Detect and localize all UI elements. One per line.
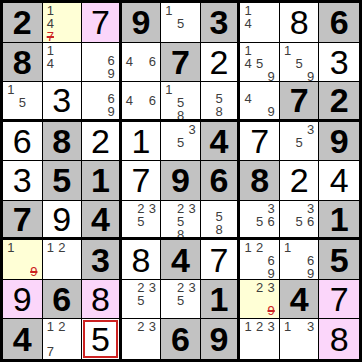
pencil-mark: 5 — [135, 215, 147, 228]
given-digit: 6 — [52, 282, 71, 316]
given-digit: 8 — [13, 45, 32, 79]
cell-r3c7[interactable]: 49 — [240, 82, 280, 122]
given-digit: 5 — [330, 243, 349, 277]
cell-r2c5[interactable]: 7 — [161, 43, 201, 83]
solved-digit: 5 — [91, 322, 110, 356]
cell-r8c4[interactable]: 235 — [122, 280, 162, 320]
given-digit: 9 — [131, 5, 150, 39]
pencil-mark: 1 — [282, 241, 294, 254]
pencil-mark: 6 — [106, 92, 117, 105]
cell-r4c4[interactable]: 1 — [122, 122, 162, 162]
given-digit: 2 — [330, 83, 349, 117]
pencil-mark: 3 — [265, 202, 277, 215]
cell-r1c7[interactable]: 14 — [240, 3, 280, 43]
pencil-marks: 356 — [240, 201, 279, 238]
cell-r1c3[interactable]: 7 — [82, 3, 122, 43]
cell-r4c7[interactable]: 7 — [240, 122, 280, 162]
cell-r9c5[interactable]: 6 — [161, 319, 201, 359]
pencil-mark: 2 — [135, 202, 147, 215]
given-digit: 6 — [210, 163, 229, 197]
cell-r9c8[interactable]: 13 — [280, 319, 320, 359]
pencil-marks: 19 — [3, 240, 42, 279]
cell-r8c7[interactable]: 239 — [240, 280, 280, 320]
cell-r2c9[interactable]: 3 — [319, 43, 359, 83]
cell-r5c9[interactable]: 4 — [319, 161, 359, 201]
cell-r2c8[interactable]: 159 — [280, 43, 320, 83]
given-digit: 1 — [210, 282, 229, 316]
pencil-mark: 3 — [186, 281, 198, 294]
cell-r7c9[interactable]: 5 — [319, 240, 359, 280]
solved-digit: 3 — [13, 163, 32, 197]
pencil-mark: 3 — [147, 202, 159, 215]
pencil-marks: 2358 — [161, 201, 200, 238]
pencil-marks: 23 — [122, 319, 161, 359]
cell-r9c7[interactable]: 123 — [240, 319, 280, 359]
cell-r7c5[interactable]: 4 — [161, 240, 201, 280]
pencil-marks: 14 — [240, 3, 279, 42]
cell-r8c5[interactable]: 235 — [161, 280, 201, 320]
pencil-mark: 2 — [135, 281, 147, 294]
given-digit: 6 — [171, 322, 190, 356]
cell-r9c1[interactable]: 4 — [3, 319, 43, 359]
solved-digit: 8 — [330, 322, 349, 356]
pencil-mark: 4 — [124, 94, 136, 107]
cell-r9c3[interactable]: 5 — [82, 319, 122, 359]
pencil-mark: 2 — [135, 320, 147, 333]
pencil-mark: 6 — [265, 215, 277, 228]
given-digit: 8 — [52, 124, 71, 158]
given-digit: 1 — [330, 202, 349, 236]
pencil-mark: 2 — [175, 281, 187, 294]
solved-digit: 9 — [52, 202, 71, 236]
cell-r7c3[interactable]: 3 — [82, 240, 122, 280]
pencil-mark: 9 — [265, 105, 277, 118]
cell-r3c1[interactable]: 15 — [3, 82, 43, 122]
pencil-marks: 46 — [122, 82, 161, 119]
pencil-marks: 14 — [43, 43, 82, 82]
cell-r5c2[interactable]: 5 — [43, 161, 83, 201]
given-digit: 4 — [290, 282, 309, 316]
cell-r4c3[interactable]: 2 — [82, 122, 122, 162]
pencil-mark: 3 — [147, 281, 159, 294]
cell-r5c1[interactable]: 3 — [3, 161, 43, 201]
pencil-mark: 4 — [242, 57, 254, 70]
pencil-mark: 2 — [56, 320, 68, 333]
pencil-mark: 8 — [175, 228, 187, 241]
given-digit: 7 — [171, 45, 190, 79]
pencil-marks: 35 — [280, 122, 319, 161]
cell-r7c7[interactable]: 1269 — [240, 240, 280, 280]
cell-r3c4[interactable]: 46 — [122, 82, 162, 122]
given-digit: 9 — [210, 322, 229, 356]
pencil-marks: 158 — [161, 82, 200, 119]
cell-r5c4[interactable]: 7 — [122, 161, 162, 201]
cell-r6c9[interactable]: 1 — [319, 201, 359, 241]
pencil-marks: 169 — [280, 240, 319, 279]
pencil-mark: 5 — [175, 136, 187, 149]
pencil-mark: 1 — [45, 44, 57, 57]
cell-r6c2[interactable]: 9 — [43, 201, 83, 241]
pencil-marks: 239 — [240, 280, 279, 319]
cell-r1c6[interactable]: 3 — [201, 3, 241, 43]
pencil-mark: 2 — [254, 320, 266, 333]
pencil-mark: 1 — [242, 320, 254, 333]
eliminated-pencil-mark: 9 — [28, 265, 40, 278]
pencil-mark: 1 — [163, 83, 175, 96]
pencil-mark: 9 — [265, 267, 277, 280]
solved-digit: 2 — [290, 163, 309, 197]
cell-r3c5[interactable]: 158 — [161, 82, 201, 122]
pencil-mark: 1 — [163, 4, 175, 17]
solved-digit: 3 — [52, 83, 71, 117]
cell-r8c8[interactable]: 4 — [280, 280, 320, 320]
pencil-mark: 4 — [45, 57, 57, 70]
pencil-mark: 6 — [147, 55, 159, 68]
solved-digit: 7 — [210, 243, 229, 277]
pencil-mark: 6 — [305, 215, 317, 228]
pencil-mark: 9 — [305, 70, 317, 83]
cell-r2c3[interactable]: 69 — [82, 43, 122, 83]
given-digit: 3 — [91, 243, 110, 277]
pencil-marks: 147 — [43, 3, 82, 42]
pencil-mark: 9 — [265, 70, 277, 83]
given-digit: 5 — [52, 163, 71, 197]
pencil-mark: 9 — [305, 267, 317, 280]
pencil-mark: 2 — [254, 241, 266, 254]
given-digit: 1 — [91, 163, 110, 197]
solved-digit: 8 — [290, 5, 309, 39]
pencil-marks: 1269 — [240, 240, 279, 279]
cell-r3c6[interactable]: 58 — [201, 82, 241, 122]
pencil-mark: 2 — [175, 202, 187, 215]
cell-r1c2[interactable]: 147 — [43, 3, 83, 43]
cell-r1c8[interactable]: 8 — [280, 3, 320, 43]
solved-digit: 4 — [330, 163, 349, 197]
pencil-marks: 13 — [280, 319, 319, 359]
cell-r6c1[interactable]: 7 — [3, 201, 43, 241]
pencil-marks: 46 — [122, 43, 161, 82]
cell-r8c1[interactable]: 9 — [3, 280, 43, 320]
cell-r7c1[interactable]: 19 — [3, 240, 43, 280]
given-digit: 4 — [210, 124, 229, 158]
cell-r1c9[interactable]: 6 — [319, 3, 359, 43]
cell-r5c6[interactable]: 6 — [201, 161, 241, 201]
pencil-mark: 7 — [45, 345, 57, 358]
solved-digit: 3 — [330, 45, 349, 79]
pencil-mark: 4 — [242, 17, 254, 30]
pencil-mark: 9 — [106, 105, 117, 118]
eliminated-pencil-mark: 7 — [45, 30, 57, 43]
cell-r7c6[interactable]: 7 — [201, 240, 241, 280]
pencil-mark: 8 — [214, 223, 225, 236]
cell-r6c3[interactable]: 4 — [82, 201, 122, 241]
solved-digit: 2 — [210, 45, 229, 79]
pencil-mark: 3 — [186, 202, 198, 215]
cell-r4c5[interactable]: 35 — [161, 122, 201, 162]
cell-r5c5[interactable]: 9 — [161, 161, 201, 201]
given-digit: 9 — [330, 124, 349, 158]
cell-r1c1[interactable]: 2 — [3, 3, 43, 43]
pencil-mark: 4 — [124, 55, 136, 68]
pencil-mark: 3 — [265, 320, 277, 333]
cell-r2c4[interactable]: 46 — [122, 43, 162, 83]
cell-r3c8[interactable]: 7 — [280, 82, 320, 122]
solved-digit: 7 — [131, 163, 150, 197]
pencil-mark: 2 — [254, 281, 266, 294]
cell-r4c8[interactable]: 35 — [280, 122, 320, 162]
pencil-marks: 356 — [280, 201, 319, 238]
pencil-mark: 3 — [305, 123, 317, 136]
cell-r5c8[interactable]: 2 — [280, 161, 320, 201]
pencil-mark: 8 — [175, 109, 187, 122]
cell-r4c9[interactable]: 9 — [319, 122, 359, 162]
pencil-mark: 3 — [265, 281, 277, 294]
cell-r7c2[interactable]: 12 — [43, 240, 83, 280]
solved-digit: 8 — [131, 243, 150, 277]
pencil-marks: 159 — [280, 43, 319, 82]
cell-r2c6[interactable]: 2 — [201, 43, 241, 83]
cell-r4c1[interactable]: 6 — [3, 122, 43, 162]
given-digit: 8 — [250, 163, 269, 197]
cell-r6c6[interactable]: 58 — [201, 201, 241, 241]
cell-r8c3[interactable]: 8 — [82, 280, 122, 320]
pencil-marks: 69 — [82, 43, 119, 82]
given-digit: 6 — [330, 5, 349, 39]
cell-r3c3[interactable]: 69 — [82, 82, 122, 122]
cell-r5c3[interactable]: 1 — [82, 161, 122, 201]
cell-r9c2[interactable]: 127 — [43, 319, 83, 359]
given-digit: 9 — [171, 163, 190, 197]
pencil-marks: 35 — [161, 122, 200, 161]
pencil-marks: 58 — [201, 82, 238, 119]
pencil-marks: 235 — [122, 280, 161, 319]
solved-digit: 8 — [91, 282, 110, 316]
cell-r7c8[interactable]: 169 — [280, 240, 320, 280]
given-digit: 4 — [171, 243, 190, 277]
cell-r2c2[interactable]: 14 — [43, 43, 83, 83]
pencil-mark: 5 — [135, 294, 147, 307]
solved-digit: 7 — [250, 124, 269, 158]
pencil-mark: 3 — [305, 320, 317, 333]
pencil-mark: 2 — [56, 241, 68, 254]
cell-r2c7[interactable]: 1459 — [240, 43, 280, 83]
pencil-mark: 1 — [282, 320, 294, 333]
given-digit: 7 — [290, 83, 309, 117]
solved-digit: 1 — [131, 124, 150, 158]
pencil-mark: 5 — [293, 215, 305, 228]
pencil-mark: 1 — [5, 241, 17, 254]
cell-r6c7[interactable]: 356 — [240, 201, 280, 241]
cell-r2c1[interactable]: 8 — [3, 43, 43, 83]
cell-r4c6[interactable]: 4 — [201, 122, 241, 162]
cell-r1c4[interactable]: 9 — [122, 3, 162, 43]
cell-r3c2[interactable]: 3 — [43, 82, 83, 122]
pencil-mark: 1 — [45, 320, 57, 333]
given-digit: 2 — [13, 5, 32, 39]
cell-r5c7[interactable]: 8 — [240, 161, 280, 201]
pencil-mark: 1 — [242, 44, 254, 57]
pencil-mark: 5 — [175, 294, 187, 307]
given-digit: 4 — [91, 202, 110, 236]
cell-r8c6[interactable]: 1 — [201, 280, 241, 320]
given-digit: 3 — [210, 5, 229, 39]
cell-r3c9[interactable]: 2 — [319, 82, 359, 122]
cell-r8c2[interactable]: 6 — [43, 280, 83, 320]
eliminated-pencil-mark: 9 — [265, 304, 277, 317]
given-digit: 4 — [13, 322, 32, 356]
solved-digit: 9 — [13, 282, 32, 316]
solved-digit: 6 — [13, 124, 32, 158]
pencil-mark: 3 — [147, 320, 159, 333]
cell-r8c9[interactable]: 7 — [319, 280, 359, 320]
pencil-mark: 5 — [293, 136, 305, 149]
pencil-mark: 1 — [242, 241, 254, 254]
pencil-marks: 235 — [161, 280, 200, 319]
pencil-marks: 127 — [43, 319, 82, 359]
solved-digit: 2 — [91, 124, 110, 158]
cell-r4c2[interactable]: 8 — [43, 122, 83, 162]
solved-digit: 7 — [91, 5, 110, 39]
pencil-mark: 5 — [254, 215, 266, 228]
pencil-marks: 69 — [82, 82, 119, 119]
pencil-mark: 8 — [214, 105, 225, 118]
pencil-marks: 15 — [161, 3, 200, 42]
pencil-mark: 5 — [293, 57, 305, 70]
pencil-mark: 5 — [17, 96, 29, 109]
cell-r1c5[interactable]: 15 — [161, 3, 201, 43]
pencil-marks: 49 — [240, 82, 279, 119]
cell-r6c5[interactable]: 2358 — [161, 201, 201, 241]
pencil-mark: 5 — [254, 57, 266, 70]
pencil-mark: 6 — [147, 94, 159, 107]
pencil-marks: 1459 — [240, 43, 279, 82]
cell-r6c4[interactable]: 235 — [122, 201, 162, 241]
pencil-marks: 123 — [240, 319, 279, 359]
pencil-mark: 1 — [5, 83, 17, 96]
pencil-marks: 58 — [201, 201, 238, 238]
pencil-marks: 12 — [43, 240, 82, 279]
cell-r6c8[interactable]: 356 — [280, 201, 320, 241]
pencil-mark: 4 — [242, 92, 254, 105]
pencil-mark: 1 — [45, 241, 57, 254]
cell-r9c4[interactable]: 23 — [122, 319, 162, 359]
pencil-mark: 1 — [282, 44, 294, 57]
pencil-mark: 5 — [214, 92, 225, 105]
pencil-mark: 5 — [175, 17, 187, 30]
given-digit: 7 — [13, 202, 32, 236]
pencil-marks: 235 — [122, 201, 161, 238]
pencil-mark: 9 — [106, 67, 117, 80]
cell-r9c6[interactable]: 9 — [201, 319, 241, 359]
pencil-mark: 3 — [305, 202, 317, 215]
cell-r9c9[interactable]: 8 — [319, 319, 359, 359]
pencil-mark: 3 — [186, 123, 198, 136]
pencil-marks: 15 — [3, 82, 42, 119]
pencil-mark: 5 — [175, 215, 187, 228]
cell-r7c4[interactable]: 8 — [122, 240, 162, 280]
sudoku-board: 2147791531486814694672145915931536946158… — [0, 0, 362, 362]
solved-digit: 7 — [330, 282, 349, 316]
